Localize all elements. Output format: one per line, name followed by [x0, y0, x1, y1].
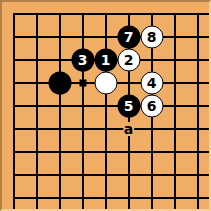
point-label-a: a	[123, 122, 134, 136]
board-cell	[186, 163, 209, 186]
board-cell	[140, 48, 163, 71]
black-stone-1: 1	[94, 48, 117, 71]
board-cell	[25, 71, 48, 94]
board-cell	[2, 71, 25, 94]
board-cell	[117, 2, 140, 25]
board-cell: 6	[140, 94, 163, 117]
board-cell: a	[117, 117, 140, 140]
board-cell: 2	[117, 48, 140, 71]
board-cell: 1	[94, 48, 117, 71]
star-point	[79, 79, 86, 86]
board-cell	[163, 2, 186, 25]
board-cell	[117, 140, 140, 163]
board-cell	[94, 140, 117, 163]
board-cell	[140, 163, 163, 186]
board-cell	[94, 2, 117, 25]
board-cell	[48, 48, 71, 71]
board-cell	[25, 186, 48, 209]
board-cell	[140, 2, 163, 25]
board-cell	[71, 117, 94, 140]
board-cell	[71, 94, 94, 117]
board-cell	[25, 25, 48, 48]
board-cell	[48, 25, 71, 48]
go-diagram: 78312456a	[0, 0, 211, 211]
board-cell: 7	[117, 25, 140, 48]
board-cell	[48, 94, 71, 117]
board-cell	[25, 94, 48, 117]
board-cell	[163, 186, 186, 209]
board-cell	[25, 48, 48, 71]
board-cell	[186, 117, 209, 140]
board-cell	[2, 94, 25, 117]
board-cell: 4	[140, 71, 163, 94]
white-stone-8: 8	[140, 25, 163, 48]
board-cell	[2, 117, 25, 140]
board-cell	[25, 2, 48, 25]
board-cell	[94, 186, 117, 209]
board-cell	[163, 140, 186, 163]
go-board: 78312456a	[2, 2, 209, 209]
board-cell	[25, 140, 48, 163]
board-cell	[163, 94, 186, 117]
board-cell	[2, 25, 25, 48]
board-cell	[25, 163, 48, 186]
board-cell	[117, 163, 140, 186]
board-cell	[2, 163, 25, 186]
board-cell	[117, 186, 140, 209]
board-cell	[163, 25, 186, 48]
board-cell: 5	[117, 94, 140, 117]
board-cell	[163, 117, 186, 140]
board-cell	[25, 117, 48, 140]
black-stone-7: 7	[117, 25, 140, 48]
black-stone	[48, 71, 71, 94]
board-cell	[71, 140, 94, 163]
board-cell	[186, 2, 209, 25]
board-cell	[186, 25, 209, 48]
board-cell	[94, 94, 117, 117]
white-stone-6: 6	[140, 94, 163, 117]
board-cell	[140, 186, 163, 209]
board-cell	[48, 140, 71, 163]
black-stone-3: 3	[71, 48, 94, 71]
board-cell	[2, 2, 25, 25]
board-cell	[2, 186, 25, 209]
board-cell	[186, 71, 209, 94]
board-cell	[71, 186, 94, 209]
board-cell	[2, 48, 25, 71]
black-stone-5: 5	[117, 94, 140, 117]
board-cell	[186, 94, 209, 117]
board-cell	[71, 71, 94, 94]
board-cell	[71, 25, 94, 48]
board-cell	[117, 71, 140, 94]
board-cell	[48, 117, 71, 140]
board-cell	[186, 140, 209, 163]
board-cell: 3	[71, 48, 94, 71]
board-cell	[140, 140, 163, 163]
board-cell	[163, 163, 186, 186]
white-stone-4: 4	[140, 71, 163, 94]
board-cell	[48, 2, 71, 25]
board-cell	[94, 163, 117, 186]
board-cell	[94, 117, 117, 140]
white-stone-2: 2	[117, 48, 140, 71]
white-stone	[94, 71, 117, 94]
board-cell	[186, 186, 209, 209]
board-cell	[71, 2, 94, 25]
board-cell	[48, 186, 71, 209]
board-cell	[94, 71, 117, 94]
board-cell	[71, 163, 94, 186]
board-cell	[163, 71, 186, 94]
board-cell	[94, 25, 117, 48]
board-cell	[163, 48, 186, 71]
board-cell: 8	[140, 25, 163, 48]
board-cell	[186, 48, 209, 71]
board-cell	[2, 140, 25, 163]
board-cell	[48, 71, 71, 94]
board-cell	[48, 163, 71, 186]
board-cell	[140, 117, 163, 140]
